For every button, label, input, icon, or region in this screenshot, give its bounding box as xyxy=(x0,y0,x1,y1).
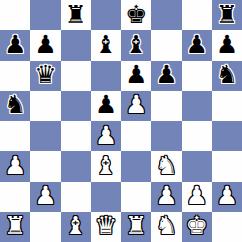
square-d6[interactable] xyxy=(91,61,121,91)
white-knight: ♞ xyxy=(155,213,177,238)
square-g4[interactable] xyxy=(182,121,212,151)
white-pawn: ♟ xyxy=(125,92,147,117)
square-a2[interactable] xyxy=(0,182,30,212)
square-d2[interactable] xyxy=(91,182,121,212)
black-rook: ♜ xyxy=(64,2,86,27)
square-c2[interactable] xyxy=(61,182,91,212)
square-g6[interactable] xyxy=(182,61,212,91)
square-g8[interactable] xyxy=(182,0,212,30)
square-f5[interactable] xyxy=(151,91,181,121)
white-pawn: ♟ xyxy=(155,183,177,208)
white-pawn: ♟ xyxy=(216,183,238,208)
white-knight: ♞ xyxy=(155,153,177,178)
square-e4[interactable] xyxy=(121,121,151,151)
square-c4[interactable] xyxy=(61,121,91,151)
white-pawn: ♟ xyxy=(185,183,207,208)
square-b4[interactable] xyxy=(30,121,60,151)
square-h4[interactable] xyxy=(212,121,242,151)
square-h7[interactable]: ♟ xyxy=(212,30,242,60)
black-pawn: ♟ xyxy=(34,32,56,57)
square-f4[interactable] xyxy=(151,121,181,151)
square-e5[interactable]: ♟ xyxy=(121,91,151,121)
square-c5[interactable] xyxy=(61,91,91,121)
square-d3[interactable]: ♝ xyxy=(91,151,121,181)
square-h3[interactable] xyxy=(212,151,242,181)
square-b5[interactable] xyxy=(30,91,60,121)
chess-board: ♜♚♜♟♟♝♝♟♟♛♟♟♞♞♟♟♟♟♝♞♟♟♟♟♜♝♛♜♞♚ xyxy=(0,0,242,242)
black-pawn: ♟ xyxy=(4,32,26,57)
white-king: ♚ xyxy=(185,213,207,238)
square-c7[interactable] xyxy=(61,30,91,60)
square-a5[interactable]: ♞ xyxy=(0,91,30,121)
square-b6[interactable]: ♛ xyxy=(30,61,60,91)
square-c1[interactable]: ♝ xyxy=(61,212,91,242)
square-c8[interactable]: ♜ xyxy=(61,0,91,30)
square-e2[interactable] xyxy=(121,182,151,212)
square-d7[interactable]: ♝ xyxy=(91,30,121,60)
square-g3[interactable] xyxy=(182,151,212,181)
square-d1[interactable]: ♛ xyxy=(91,212,121,242)
square-b7[interactable]: ♟ xyxy=(30,30,60,60)
white-pawn: ♟ xyxy=(4,153,26,178)
black-pawn: ♟ xyxy=(95,92,117,117)
black-king: ♚ xyxy=(125,2,147,27)
square-e7[interactable]: ♝ xyxy=(121,30,151,60)
square-h1[interactable] xyxy=(212,212,242,242)
square-h8[interactable]: ♜ xyxy=(212,0,242,30)
square-b2[interactable]: ♟ xyxy=(30,182,60,212)
square-a6[interactable] xyxy=(0,61,30,91)
square-f7[interactable] xyxy=(151,30,181,60)
square-c3[interactable] xyxy=(61,151,91,181)
black-knight: ♞ xyxy=(4,92,26,117)
white-pawn: ♟ xyxy=(34,183,56,208)
square-a3[interactable]: ♟ xyxy=(0,151,30,181)
square-a7[interactable]: ♟ xyxy=(0,30,30,60)
square-e6[interactable]: ♟ xyxy=(121,61,151,91)
white-queen: ♛ xyxy=(95,213,117,238)
square-e1[interactable]: ♜ xyxy=(121,212,151,242)
square-a8[interactable] xyxy=(0,0,30,30)
square-f2[interactable]: ♟ xyxy=(151,182,181,212)
square-f1[interactable]: ♞ xyxy=(151,212,181,242)
square-c6[interactable] xyxy=(61,61,91,91)
square-h5[interactable] xyxy=(212,91,242,121)
square-h6[interactable]: ♞ xyxy=(212,61,242,91)
square-b1[interactable] xyxy=(30,212,60,242)
square-f3[interactable]: ♞ xyxy=(151,151,181,181)
square-b3[interactable] xyxy=(30,151,60,181)
square-e8[interactable]: ♚ xyxy=(121,0,151,30)
square-a1[interactable]: ♜ xyxy=(0,212,30,242)
white-rook: ♜ xyxy=(4,213,26,238)
square-f6[interactable]: ♟ xyxy=(151,61,181,91)
black-bishop: ♝ xyxy=(125,32,147,57)
white-bishop: ♝ xyxy=(95,153,117,178)
square-b8[interactable] xyxy=(30,0,60,30)
square-g7[interactable]: ♟ xyxy=(182,30,212,60)
square-d8[interactable] xyxy=(91,0,121,30)
black-pawn: ♟ xyxy=(125,62,147,87)
black-rook: ♜ xyxy=(216,2,238,27)
white-rook: ♜ xyxy=(125,213,147,238)
square-g1[interactable]: ♚ xyxy=(182,212,212,242)
square-g2[interactable]: ♟ xyxy=(182,182,212,212)
square-f8[interactable] xyxy=(151,0,181,30)
white-pawn: ♟ xyxy=(95,123,117,148)
square-g5[interactable] xyxy=(182,91,212,121)
black-pawn: ♟ xyxy=(216,32,238,57)
square-h2[interactable]: ♟ xyxy=(212,182,242,212)
black-pawn: ♟ xyxy=(185,32,207,57)
black-bishop: ♝ xyxy=(95,32,117,57)
square-d5[interactable]: ♟ xyxy=(91,91,121,121)
square-e3[interactable] xyxy=(121,151,151,181)
black-knight: ♞ xyxy=(216,62,238,87)
black-queen: ♛ xyxy=(34,62,56,87)
white-bishop: ♝ xyxy=(64,213,86,238)
square-a4[interactable] xyxy=(0,121,30,151)
black-pawn: ♟ xyxy=(155,62,177,87)
square-d4[interactable]: ♟ xyxy=(91,121,121,151)
